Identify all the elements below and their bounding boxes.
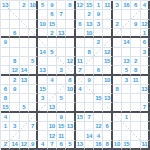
cell-r15c4[interactable] xyxy=(29,131,38,140)
cell-r2c16[interactable] xyxy=(141,10,150,19)
cell-r14c2[interactable]: 3 xyxy=(10,122,19,131)
cell-r1c7[interactable] xyxy=(57,1,66,10)
cell-r15c11[interactable]: 4 xyxy=(94,131,103,140)
cell-r1c16[interactable]: 4 xyxy=(141,1,150,10)
cell-r16c14[interactable]: 15 xyxy=(122,141,131,150)
cell-r8c9[interactable]: 7 xyxy=(76,66,85,75)
cell-r12c12[interactable] xyxy=(103,103,112,112)
cell-r4c9[interactable] xyxy=(76,29,85,38)
cell-r2c7[interactable]: 7 xyxy=(57,10,66,19)
cell-r13c9[interactable]: 15 xyxy=(76,113,85,122)
cell-r15c5[interactable] xyxy=(38,131,47,140)
cell-r16c9[interactable]: 13 xyxy=(76,141,85,150)
cell-r16c13[interactable]: 10 xyxy=(113,141,122,150)
cell-r10c12[interactable] xyxy=(103,85,112,94)
cell-r10c1[interactable]: 6 xyxy=(1,85,10,94)
cell-r6c5[interactable]: 14 xyxy=(38,48,47,57)
cell-r2c1[interactable] xyxy=(1,10,10,19)
cell-r5c15[interactable] xyxy=(131,38,140,47)
cell-r7c1[interactable] xyxy=(1,57,10,66)
cell-r7c3[interactable] xyxy=(20,57,29,66)
cell-r8c1[interactable] xyxy=(1,66,10,75)
cell-r12c11[interactable] xyxy=(94,103,103,112)
cell-r7c10[interactable] xyxy=(85,57,94,66)
cell-r8c10[interactable] xyxy=(85,66,94,75)
cell-r7c4[interactable]: 5 xyxy=(29,57,38,66)
cell-r6c11[interactable] xyxy=(94,48,103,57)
cell-r11c12[interactable]: 13 xyxy=(103,94,112,103)
cell-r1c5[interactable]: 5 xyxy=(38,1,47,10)
cell-r6c6[interactable]: 5 xyxy=(48,48,57,57)
cell-r9c6[interactable]: 4 xyxy=(48,76,57,85)
cell-r7c13[interactable] xyxy=(113,57,122,66)
cell-r11c5[interactable]: 3 xyxy=(38,94,47,103)
cell-r13c8[interactable] xyxy=(66,113,75,122)
cell-r5c8[interactable] xyxy=(66,38,75,47)
cell-r7c11[interactable] xyxy=(94,57,103,66)
cell-r4c1[interactable] xyxy=(1,29,10,38)
cell-r11c8[interactable] xyxy=(66,94,75,103)
cell-r1c1[interactable]: 13 xyxy=(1,1,10,10)
cell-r13c5[interactable] xyxy=(38,113,47,122)
cell-r10c2[interactable]: 9 xyxy=(10,85,19,94)
cell-r13c16[interactable] xyxy=(141,113,150,122)
cell-r8c14[interactable]: 5 xyxy=(122,66,131,75)
cell-r6c1[interactable] xyxy=(1,48,10,57)
cell-r11c3[interactable] xyxy=(20,94,29,103)
cell-r5c4[interactable] xyxy=(29,38,38,47)
cell-r4c10[interactable]: 10 xyxy=(85,29,94,38)
cell-r11c16[interactable] xyxy=(141,94,150,103)
cell-r2c13[interactable] xyxy=(113,10,122,19)
cell-r9c3[interactable]: 13 xyxy=(20,76,29,85)
cell-r16c2[interactable]: 14 xyxy=(10,141,19,150)
cell-r13c7[interactable]: 9 xyxy=(57,113,66,122)
cell-r12c9[interactable] xyxy=(76,103,85,112)
cell-r14c3[interactable] xyxy=(20,122,29,131)
cell-r6c2[interactable] xyxy=(10,48,19,57)
cell-r10c13[interactable]: 8 xyxy=(113,85,122,94)
cell-r7c15[interactable]: 2 xyxy=(131,57,140,66)
cell-r6c15[interactable] xyxy=(131,48,140,57)
cell-r3c11[interactable]: 3 xyxy=(94,20,103,29)
cell-r15c2[interactable] xyxy=(10,131,19,140)
cell-r7c14[interactable]: 13 xyxy=(122,57,131,66)
cell-r4c5[interactable] xyxy=(38,29,47,38)
cell-r12c8[interactable] xyxy=(66,103,75,112)
cell-r8c4[interactable] xyxy=(29,66,38,75)
cell-r7c8[interactable]: 12 xyxy=(66,57,75,66)
cell-r6c12[interactable]: 12 xyxy=(103,48,112,57)
cell-r16c11[interactable]: 16 xyxy=(94,141,103,150)
cell-r11c2[interactable] xyxy=(10,94,19,103)
cell-r16c8[interactable]: 5 xyxy=(66,141,75,150)
sudoku-grid: 1321059812151113166467291015613329126213… xyxy=(0,0,150,150)
cell-r13c12[interactable] xyxy=(103,113,112,122)
cell-r16c10[interactable] xyxy=(85,141,94,150)
cell-r5c2[interactable] xyxy=(10,38,19,47)
cell-r14c4[interactable]: 7 xyxy=(29,122,38,131)
cell-r15c12[interactable] xyxy=(103,131,112,140)
cell-r5c5[interactable] xyxy=(38,38,47,47)
cell-r4c16[interactable]: 1 xyxy=(141,29,150,38)
cell-r14c8[interactable]: 13 xyxy=(66,122,75,131)
cell-r9c8[interactable]: 6 xyxy=(66,76,75,85)
cell-r16c6[interactable]: 7 xyxy=(48,141,57,150)
cell-r12c3[interactable]: 5 xyxy=(20,103,29,112)
cell-r14c6[interactable]: 10 xyxy=(48,122,57,131)
cell-r5c3[interactable] xyxy=(20,38,29,47)
cell-r8c11[interactable]: 6 xyxy=(94,66,103,75)
cell-r4c13[interactable] xyxy=(113,29,122,38)
cell-r10c3[interactable] xyxy=(20,85,29,94)
cell-r16c1[interactable]: 2 xyxy=(1,141,10,150)
cell-r4c3[interactable] xyxy=(20,29,29,38)
cell-r8c16[interactable] xyxy=(141,66,150,75)
cell-r16c12[interactable]: 8 xyxy=(103,141,112,150)
cell-r2c11[interactable]: 9 xyxy=(94,10,103,19)
cell-r9c10[interactable]: 9 xyxy=(85,76,94,85)
cell-r13c3[interactable] xyxy=(20,113,29,122)
cell-r9c12[interactable]: 10 xyxy=(103,76,112,85)
cell-r15c7[interactable]: 11 xyxy=(57,131,66,140)
cell-r1c13[interactable]: 3 xyxy=(113,1,122,10)
cell-r12c5[interactable] xyxy=(38,103,47,112)
cell-r2c8[interactable] xyxy=(66,10,75,19)
cell-r11c1[interactable]: 8 xyxy=(1,94,10,103)
cell-r2c5[interactable] xyxy=(38,10,47,19)
cell-r2c10[interactable]: 2 xyxy=(85,10,94,19)
cell-r5c6[interactable] xyxy=(48,38,57,47)
cell-r15c13[interactable] xyxy=(113,131,122,140)
cell-r15c6[interactable]: 12 xyxy=(48,131,57,140)
cell-r13c1[interactable]: 4 xyxy=(1,113,10,122)
cell-r3c8[interactable] xyxy=(66,20,75,29)
cell-r3c9[interactable]: 6 xyxy=(76,20,85,29)
cell-r8c5[interactable]: 13 xyxy=(38,66,47,75)
cell-r3c14[interactable] xyxy=(122,20,131,29)
cell-r2c3[interactable] xyxy=(20,10,29,19)
cell-r16c4[interactable]: 9 xyxy=(29,141,38,150)
cell-r10c7[interactable] xyxy=(57,85,66,94)
cell-r1c6[interactable]: 9 xyxy=(48,1,57,10)
cell-r5c7[interactable] xyxy=(57,38,66,47)
cell-r15c3[interactable] xyxy=(20,131,29,140)
cell-r6c7[interactable] xyxy=(57,48,66,57)
cell-r1c4[interactable]: 10 xyxy=(29,1,38,10)
cell-r14c12[interactable]: 6 xyxy=(103,122,112,131)
cell-r6c8[interactable] xyxy=(66,48,75,57)
cell-r3c13[interactable]: 2 xyxy=(113,20,122,29)
sudoku-board: 1321059812151113166467291015613329126213… xyxy=(0,0,150,150)
cell-r14c7[interactable]: 15 xyxy=(57,122,66,131)
cell-r10c5[interactable]: 15 xyxy=(38,85,47,94)
cell-r12c16[interactable]: 7 xyxy=(141,103,150,112)
cell-r16c3[interactable]: 12 xyxy=(20,141,29,150)
cell-r6c4[interactable] xyxy=(29,48,38,57)
cell-r2c15[interactable] xyxy=(131,10,140,19)
cell-r13c4[interactable] xyxy=(29,113,38,122)
cell-r2c14[interactable] xyxy=(122,10,131,19)
cell-r1c10[interactable]: 15 xyxy=(85,1,94,10)
cell-r5c14[interactable]: 14 xyxy=(122,38,131,47)
cell-r5c16[interactable]: 6 xyxy=(141,38,150,47)
cell-r10c16[interactable]: 13 xyxy=(141,85,150,94)
cell-r16c5[interactable]: 4 xyxy=(38,141,47,150)
cell-r1c12[interactable]: 11 xyxy=(103,1,112,10)
cell-r1c14[interactable]: 16 xyxy=(122,1,131,10)
cell-r11c11[interactable]: 15 xyxy=(94,94,103,103)
cell-r16c7[interactable]: 6 xyxy=(57,141,66,150)
cell-r15c16[interactable] xyxy=(141,131,150,140)
cell-r1c9[interactable]: 12 xyxy=(76,1,85,10)
cell-r2c2[interactable] xyxy=(10,10,19,19)
cell-r8c2[interactable]: 12 xyxy=(10,66,19,75)
cell-r3c5[interactable]: 10 xyxy=(38,20,47,29)
cell-r2c9[interactable] xyxy=(76,10,85,19)
cell-r11c9[interactable] xyxy=(76,94,85,103)
cell-r14c16[interactable] xyxy=(141,122,150,131)
cell-r4c15[interactable] xyxy=(131,29,140,38)
cell-r5c12[interactable] xyxy=(103,38,112,47)
cell-r11c7[interactable]: 5 xyxy=(57,94,66,103)
cell-r3c16[interactable]: 12 xyxy=(141,20,150,29)
cell-r15c10[interactable]: 14 xyxy=(85,131,94,140)
cell-r7c9[interactable]: 11 xyxy=(76,57,85,66)
cell-r3c15[interactable]: 9 xyxy=(131,20,140,29)
cell-r9c4[interactable] xyxy=(29,76,38,85)
cell-r10c15[interactable] xyxy=(131,85,140,94)
cell-r7c2[interactable]: 8 xyxy=(10,57,19,66)
cell-r13c15[interactable] xyxy=(131,113,140,122)
cell-r9c5[interactable] xyxy=(38,76,47,85)
cell-r4c14[interactable] xyxy=(122,29,131,38)
cell-r10c14[interactable] xyxy=(122,85,131,94)
cell-r7c16[interactable] xyxy=(141,57,150,66)
cell-r9c13[interactable] xyxy=(113,76,122,85)
cell-r10c6[interactable] xyxy=(48,85,57,94)
cell-r4c12[interactable] xyxy=(103,29,112,38)
cell-r6c9[interactable] xyxy=(76,48,85,57)
cell-r15c8[interactable] xyxy=(66,131,75,140)
cell-r12c14[interactable] xyxy=(122,103,131,112)
cell-r6c3[interactable] xyxy=(20,48,29,57)
cell-r10c10[interactable] xyxy=(85,85,94,94)
cell-r2c12[interactable] xyxy=(103,10,112,19)
cell-r12c6[interactable]: 13 xyxy=(48,103,57,112)
cell-r13c11[interactable] xyxy=(94,113,103,122)
cell-r7c7[interactable] xyxy=(57,57,66,66)
cell-r11c13[interactable] xyxy=(113,94,122,103)
cell-r4c6[interactable]: 2 xyxy=(48,29,57,38)
cell-r5c1[interactable]: 9 xyxy=(1,38,10,47)
cell-r12c13[interactable] xyxy=(113,103,122,112)
cell-r14c9[interactable] xyxy=(76,122,85,131)
cell-r3c2[interactable] xyxy=(10,20,19,29)
cell-r3c12[interactable] xyxy=(103,20,112,29)
cell-r3c7[interactable] xyxy=(57,20,66,29)
cell-r4c2[interactable]: 6 xyxy=(10,29,19,38)
cell-r12c7[interactable] xyxy=(57,103,66,112)
cell-r9c9[interactable] xyxy=(76,76,85,85)
cell-r8c7[interactable]: 3 xyxy=(57,66,66,75)
cell-r13c13[interactable] xyxy=(113,113,122,122)
cell-r16c15[interactable] xyxy=(131,141,140,150)
cell-r8c6[interactable] xyxy=(48,66,57,75)
cell-r5c10[interactable] xyxy=(85,38,94,47)
cell-r1c3[interactable]: 2 xyxy=(20,1,29,10)
cell-r6c10[interactable]: 8 xyxy=(85,48,94,57)
cell-r11c6[interactable] xyxy=(48,94,57,103)
cell-r4c4[interactable] xyxy=(29,29,38,38)
cell-r1c15[interactable]: 6 xyxy=(131,1,140,10)
cell-r3c10[interactable]: 13 xyxy=(85,20,94,29)
cell-r15c14[interactable] xyxy=(122,131,131,140)
cell-r3c1[interactable] xyxy=(1,20,10,29)
cell-r12c4[interactable] xyxy=(29,103,38,112)
cell-r12c1[interactable]: 15 xyxy=(1,103,10,112)
cell-r9c7[interactable] xyxy=(57,76,66,85)
cell-r5c11[interactable]: 2 xyxy=(94,38,103,47)
cell-r6c13[interactable] xyxy=(113,48,122,57)
cell-r8c3[interactable]: 14 xyxy=(20,66,29,75)
cell-r13c6[interactable] xyxy=(48,113,57,122)
cell-r3c4[interactable] xyxy=(29,20,38,29)
cell-r2c4[interactable] xyxy=(29,10,38,19)
cell-r2c6[interactable]: 6 xyxy=(48,10,57,19)
cell-r14c15[interactable] xyxy=(131,122,140,131)
cell-r15c15[interactable] xyxy=(131,131,140,140)
cell-r8c13[interactable] xyxy=(113,66,122,75)
cell-r9c14[interactable]: 3 xyxy=(122,76,131,85)
cell-r6c14[interactable] xyxy=(122,48,131,57)
cell-r8c15[interactable]: 8 xyxy=(131,66,140,75)
cell-r14c14[interactable] xyxy=(122,122,131,131)
cell-r11c14[interactable] xyxy=(122,94,131,103)
cell-r15c1[interactable] xyxy=(1,131,10,140)
cell-r7c12[interactable]: 15 xyxy=(103,57,112,66)
cell-r4c8[interactable] xyxy=(66,29,75,38)
cell-r10c11[interactable] xyxy=(94,85,103,94)
cell-r14c10[interactable] xyxy=(85,122,94,131)
cell-r12c10[interactable] xyxy=(85,103,94,112)
cell-r14c13[interactable] xyxy=(113,122,122,131)
cell-r9c1[interactable] xyxy=(1,76,10,85)
cell-r1c11[interactable]: 1 xyxy=(94,1,103,10)
cell-r11c15[interactable] xyxy=(131,94,140,103)
cell-r10c8[interactable]: 10 xyxy=(66,85,75,94)
cell-r13c14[interactable]: 1 xyxy=(122,113,131,122)
cell-r5c9[interactable] xyxy=(76,38,85,47)
cell-r9c11[interactable] xyxy=(94,76,103,85)
cell-r10c9[interactable]: 4 xyxy=(76,85,85,94)
cell-r8c8[interactable] xyxy=(66,66,75,75)
cell-r9c16[interactable] xyxy=(141,76,150,85)
cell-r8c12[interactable] xyxy=(103,66,112,75)
cell-r10c4[interactable] xyxy=(29,85,38,94)
cell-r1c8[interactable]: 8 xyxy=(66,1,75,10)
cell-r12c15[interactable] xyxy=(131,103,140,112)
cell-r11c10[interactable] xyxy=(85,94,94,103)
cell-r16c16[interactable]: 11 xyxy=(141,141,150,150)
cell-r15c9[interactable] xyxy=(76,131,85,140)
cell-r14c11[interactable]: 12 xyxy=(94,122,103,131)
cell-r9c2[interactable]: 2 xyxy=(10,76,19,85)
cell-r3c3[interactable] xyxy=(20,20,29,29)
cell-r1c2[interactable] xyxy=(10,1,19,10)
cell-r3c6[interactable]: 15 xyxy=(48,20,57,29)
cell-r7c5[interactable] xyxy=(38,57,47,66)
cell-r11c4[interactable] xyxy=(29,94,38,103)
cell-r14c1[interactable]: 1 xyxy=(1,122,10,131)
cell-r12c2[interactable] xyxy=(10,103,19,112)
cell-r13c10[interactable]: 7 xyxy=(85,113,94,122)
cell-r6c16[interactable]: 3 xyxy=(141,48,150,57)
cell-r7c6[interactable] xyxy=(48,57,57,66)
cell-r5c13[interactable] xyxy=(113,38,122,47)
cell-r4c11[interactable] xyxy=(94,29,103,38)
cell-r9c15[interactable]: 11 xyxy=(131,76,140,85)
cell-r4c7[interactable]: 13 xyxy=(57,29,66,38)
cell-r14c5[interactable] xyxy=(38,122,47,131)
cell-r13c2[interactable] xyxy=(10,113,19,122)
